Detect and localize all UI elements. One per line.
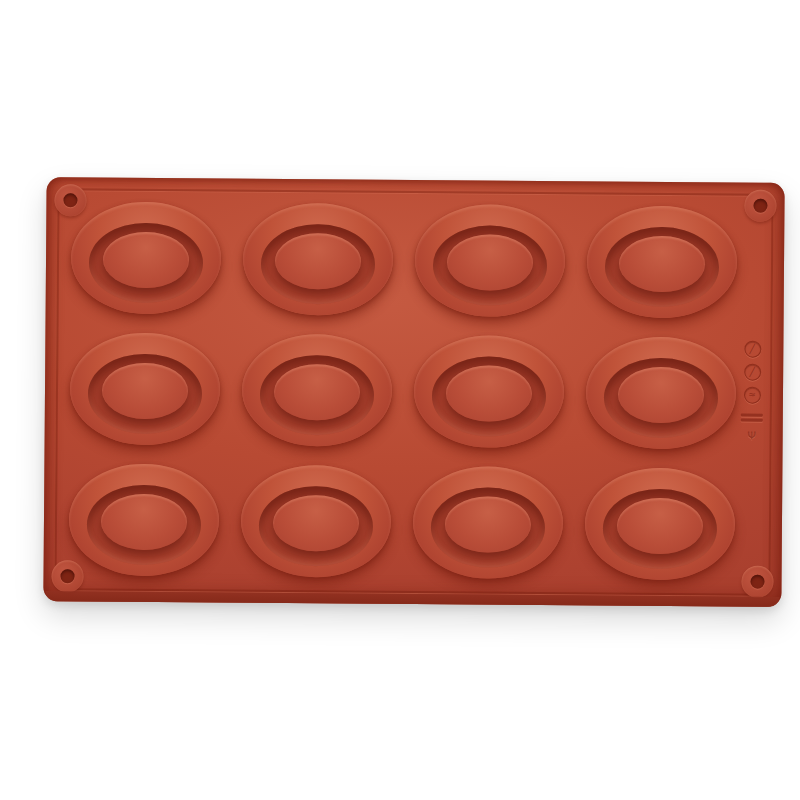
cavity-ring-recess — [89, 222, 204, 303]
embossed-marks: ╱╱≈Ψ — [741, 341, 764, 442]
mold-cavity — [414, 335, 565, 448]
cavity-ring-recess — [259, 485, 374, 566]
cavity-ring-recess — [603, 488, 718, 569]
food-safe-icon: Ψ — [747, 431, 756, 442]
cavity-ring-recess — [87, 484, 202, 565]
embossed-text-line — [741, 414, 763, 417]
cavity-center-dome — [617, 497, 703, 554]
cavity-center-dome — [273, 494, 359, 551]
mold-cavity — [243, 202, 394, 315]
cavity-cell — [573, 457, 746, 589]
cavity-cell — [57, 453, 230, 585]
cavity-ring-recess — [431, 487, 546, 568]
mold-cavity — [413, 465, 564, 578]
prohibition-circle-icon: ╱ — [744, 364, 761, 381]
mold-cavity — [587, 205, 738, 318]
mold-cavity — [585, 467, 736, 580]
cavity-center-dome — [618, 366, 704, 423]
cavity-center-dome — [101, 493, 187, 550]
cavity-ring-recess — [433, 225, 548, 306]
silicone-mold: ╱╱≈Ψ — [43, 177, 784, 607]
cavity-center-dome — [619, 235, 705, 292]
mold-cavity — [586, 336, 737, 449]
cavity-cell — [574, 326, 747, 458]
cavity-cell — [404, 194, 577, 326]
cavity-cell — [232, 193, 405, 325]
cavity-cell — [229, 455, 402, 587]
mold-cavity — [415, 204, 566, 317]
cavity-center-dome — [275, 232, 361, 289]
hanging-hole — [750, 575, 764, 589]
corner-hole-bottom-right — [741, 566, 773, 598]
cavity-ring-recess — [260, 354, 375, 435]
cavity-cell — [60, 191, 233, 323]
corner-hole-top-right — [744, 190, 776, 222]
cavity-cell — [401, 456, 574, 588]
cavity-grid — [57, 191, 748, 589]
cavity-ring-recess — [605, 226, 720, 307]
prohibition-circle-icon: ╱ — [744, 341, 761, 358]
cavity-center-dome — [274, 363, 360, 420]
cavity-cell — [402, 325, 575, 457]
cavity-ring-recess — [432, 356, 547, 437]
mold-cavity — [70, 332, 221, 445]
cavity-center-dome — [446, 365, 532, 422]
cavity-center-dome — [103, 231, 189, 288]
wave-circle-icon: ≈ — [743, 387, 760, 404]
cavity-cell — [576, 195, 749, 327]
mold-cavity — [69, 463, 220, 576]
cavity-ring-recess — [604, 357, 719, 438]
embossed-text-line — [741, 419, 763, 422]
cavity-cell — [231, 324, 404, 456]
cavity-center-dome — [102, 362, 188, 419]
embossed-text-block — [741, 414, 763, 422]
cavity-ring-recess — [88, 353, 203, 434]
mold-cavity — [242, 333, 393, 446]
mold-cavity — [71, 201, 222, 314]
cavity-center-dome — [445, 496, 531, 553]
cavity-center-dome — [447, 234, 533, 291]
cavity-ring-recess — [261, 223, 376, 304]
product-photo: ╱╱≈Ψ — [0, 0, 800, 800]
cavity-cell — [59, 322, 232, 454]
hanging-hole — [753, 199, 767, 213]
mold-cavity — [241, 464, 392, 577]
